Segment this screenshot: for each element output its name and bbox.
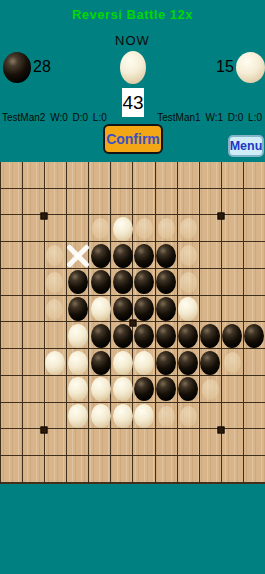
board-cell[interactable] [177,456,199,483]
board-cell[interactable] [155,296,177,323]
star-point [217,212,224,219]
board-cell[interactable] [221,269,243,296]
board-cell[interactable] [0,189,22,216]
disc-total-box: 43 [122,88,144,117]
menu-button[interactable]: Menu [228,135,264,157]
board-cell[interactable] [134,216,156,243]
black-stone [91,270,111,294]
board-cell[interactable] [155,189,177,216]
board-cell[interactable] [199,430,221,457]
board [0,162,265,484]
board-cell[interactable] [243,349,265,376]
board-cell[interactable] [155,242,177,269]
board-cell[interactable] [134,269,156,296]
confirm-button[interactable]: Confirm [103,124,163,154]
black-stone [134,244,154,268]
board-cell[interactable] [155,216,177,243]
black-stone [200,351,220,375]
board-cell[interactable] [112,216,134,243]
board-cell[interactable] [90,189,112,216]
black-stone [156,270,176,294]
black-stone [134,270,154,294]
white-stone [68,324,88,348]
board-cell[interactable] [155,269,177,296]
legal-move-hint [158,218,175,239]
board-cell[interactable] [243,403,265,430]
player-right-stats: TestMan1 W:1 D:0 L:0 [157,112,262,123]
board-cell[interactable] [0,323,22,350]
black-stone [178,351,198,375]
board-cell[interactable] [134,376,156,403]
legal-move-hint [92,218,109,239]
board-cell[interactable] [90,216,112,243]
board-cell[interactable] [66,323,90,350]
legal-move-hint [224,352,241,373]
board-cell[interactable] [112,376,134,403]
white-stone [68,404,88,428]
black-stone [113,244,133,268]
board-cell[interactable] [0,296,22,323]
black-stone [113,324,133,348]
board-cell[interactable] [243,296,265,323]
white-stone [45,351,65,375]
black-stone [156,377,176,401]
black-stone [91,351,111,375]
black-stone [156,297,176,321]
legal-move-hint [46,272,63,293]
board-cell[interactable] [243,430,265,457]
star-point [41,212,48,219]
white-stone [134,351,154,375]
board-cell[interactable] [0,456,22,483]
white-stone [91,297,111,321]
board-cell[interactable] [155,349,177,376]
black-stone [91,324,111,348]
legal-move-hint [180,218,197,239]
board-cell[interactable] [112,403,134,430]
white-stone [113,351,133,375]
board-cell[interactable] [0,269,22,296]
white-stone [91,377,111,401]
player-left-stats: TestMan2 W:0 D:0 L:0 [2,112,107,123]
board-cell[interactable] [90,349,112,376]
legal-move-hint [46,245,63,266]
white-stone [68,351,88,375]
white-stone [113,217,133,241]
board-cell[interactable] [44,456,66,483]
board-cell[interactable] [0,376,22,403]
legal-move-hint [180,245,197,266]
black-stone [156,244,176,268]
board-cell[interactable] [155,403,177,430]
board-cell[interactable] [221,296,243,323]
black-stone [113,270,133,294]
board-cell[interactable] [22,456,44,483]
selected-move-marker [66,243,90,269]
board-cell[interactable] [22,376,44,403]
board-cell[interactable] [243,269,265,296]
board-cell[interactable] [199,269,221,296]
board-cell[interactable] [0,216,22,243]
board-cell[interactable] [155,323,177,350]
black-stone [156,324,176,348]
board-cell[interactable] [112,323,134,350]
board-cell[interactable] [199,349,221,376]
board-cell[interactable] [177,216,199,243]
board-cell[interactable] [243,456,265,483]
white-disc-icon [236,52,265,83]
white-stone [113,377,133,401]
board-cell[interactable] [243,376,265,403]
white-disc-count: 15 [216,58,234,76]
board-cell[interactable] [90,323,112,350]
star-point [129,319,136,326]
board-cell[interactable] [90,376,112,403]
board-cell[interactable] [22,430,44,457]
board-cell[interactable] [177,430,199,457]
black-stone [244,324,264,348]
board-cell[interactable] [44,323,66,350]
board-cell[interactable] [90,269,112,296]
board-cell[interactable] [112,456,134,483]
board-cell[interactable] [90,430,112,457]
board-cell[interactable] [0,430,22,457]
board-cell[interactable] [221,189,243,216]
board-cell[interactable] [134,296,156,323]
legal-move-hint [180,272,197,293]
turn-indicator-label: NOW [0,33,265,48]
black-disc-count: 28 [33,58,51,76]
board-cell[interactable] [199,376,221,403]
board-cell[interactable] [221,323,243,350]
white-stone [134,404,154,428]
board-cell[interactable] [199,162,221,189]
board-cell[interactable] [199,323,221,350]
white-stone [178,297,198,321]
board-cell[interactable] [155,456,177,483]
board-cell[interactable] [0,162,22,189]
app-screen: Reversi Battle 12x NOW 28 15 43 TestMan2… [0,0,265,574]
board-cell[interactable] [66,430,90,457]
board-cell[interactable] [22,269,44,296]
board-cell[interactable] [66,189,90,216]
board-cell[interactable] [90,296,112,323]
legal-move-hint [46,299,63,320]
white-stone [91,404,111,428]
board-cell[interactable] [243,216,265,243]
black-stone [134,377,154,401]
board-cell[interactable] [155,376,177,403]
board-cell[interactable] [243,242,265,269]
board-cell[interactable] [22,296,44,323]
board-cell[interactable] [22,349,44,376]
board-cell[interactable] [44,349,66,376]
board-cell[interactable] [177,242,199,269]
board-cell[interactable] [199,296,221,323]
board-cell[interactable] [199,456,221,483]
black-stone [68,297,88,321]
board-cell[interactable] [221,349,243,376]
board-cell[interactable] [0,349,22,376]
board-cell[interactable] [134,349,156,376]
board-cell[interactable] [22,242,44,269]
board-cell[interactable] [221,376,243,403]
board-cell[interactable] [199,242,221,269]
board-cell[interactable] [112,189,134,216]
board-cell[interactable] [66,216,90,243]
black-stone [156,351,176,375]
black-stone [134,324,154,348]
board-cell[interactable] [221,456,243,483]
board-cell[interactable] [134,456,156,483]
white-stone [113,404,133,428]
board-cell[interactable] [44,162,66,189]
board-cell[interactable] [221,216,243,243]
legal-move-hint [158,406,175,427]
legal-move-hint [136,218,153,239]
board-cell[interactable] [243,162,265,189]
board-cell[interactable] [66,403,90,430]
board-cell[interactable] [177,323,199,350]
board-cell[interactable] [134,189,156,216]
board-cell[interactable] [0,403,22,430]
black-stone [178,377,198,401]
black-stone [222,324,242,348]
board-cell[interactable] [177,376,199,403]
board-cell[interactable] [90,403,112,430]
board-cell[interactable] [134,430,156,457]
board-cell[interactable] [0,242,22,269]
board-cell[interactable] [177,349,199,376]
legal-move-hint [180,406,197,427]
board-cell[interactable] [199,216,221,243]
board-cell[interactable] [134,403,156,430]
black-stone [91,244,111,268]
board-cell[interactable] [177,296,199,323]
black-stone [113,297,133,321]
black-stone [134,297,154,321]
board-cell[interactable] [221,162,243,189]
board-cell[interactable] [22,162,44,189]
black-disc-icon [3,52,31,83]
board-cell[interactable] [221,430,243,457]
board-cell[interactable] [177,162,199,189]
board-cell[interactable] [44,430,66,457]
board-cell[interactable] [134,323,156,350]
board-cell[interactable] [243,323,265,350]
board-cell[interactable] [66,349,90,376]
board-cell[interactable] [22,323,44,350]
board-cell[interactable] [177,189,199,216]
star-point [217,426,224,433]
board-cell[interactable] [66,242,90,269]
board-cell[interactable] [221,242,243,269]
board-cell[interactable] [90,162,112,189]
board-cell[interactable] [44,216,66,243]
board-cell[interactable] [44,376,66,403]
board-cell[interactable] [243,189,265,216]
app-title: Reversi Battle 12x [0,7,265,22]
board-cell[interactable] [177,403,199,430]
board-cell[interactable] [112,430,134,457]
board-cell[interactable] [112,242,134,269]
board-cell[interactable] [90,456,112,483]
board-cell[interactable] [90,242,112,269]
board-cell[interactable] [177,269,199,296]
white-stone [68,377,88,401]
board-cell[interactable] [66,269,90,296]
black-stone [178,324,198,348]
board-cell[interactable] [44,269,66,296]
board-cell[interactable] [66,456,90,483]
board-cell[interactable] [66,376,90,403]
board-cell[interactable] [66,162,90,189]
board-cell[interactable] [134,242,156,269]
board-cell[interactable] [112,162,134,189]
board-cell[interactable] [22,216,44,243]
turn-disc-icon [120,51,146,84]
star-point [41,426,48,433]
board-cell[interactable] [221,403,243,430]
board-cell[interactable] [155,430,177,457]
board-cell[interactable] [155,162,177,189]
black-stone [200,324,220,348]
board-cell[interactable] [112,269,134,296]
board-cell[interactable] [66,296,90,323]
board-cell[interactable] [134,162,156,189]
black-stone [68,270,88,294]
board-cell[interactable] [44,242,66,269]
board-cell[interactable] [112,349,134,376]
board-cell[interactable] [44,296,66,323]
legal-move-hint [202,379,219,400]
